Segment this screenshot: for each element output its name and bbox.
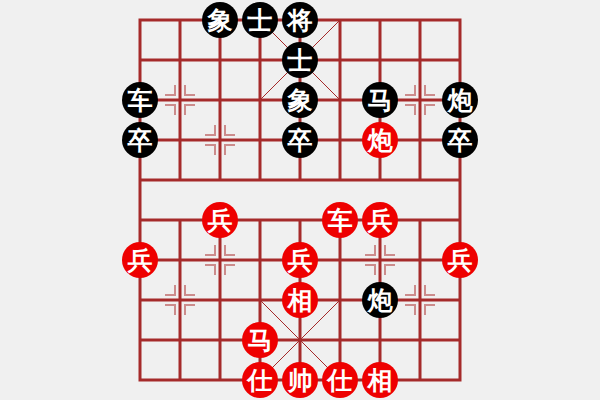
black-chariot[interactable]: 车 [122, 82, 158, 118]
black-horse-label: 马 [368, 88, 393, 113]
red-advisor[interactable]: 仕 [322, 362, 358, 398]
black-advisor[interactable]: 士 [282, 42, 318, 78]
xiangqi-board: 象士将士车象马炮卒卒卒炮炮兵车兵兵兵兵相马仕帅仕相 [0, 0, 600, 400]
black-elephant[interactable]: 象 [282, 82, 318, 118]
black-cannon[interactable]: 炮 [362, 282, 398, 318]
black-soldier[interactable]: 卒 [442, 122, 478, 158]
red-chariot[interactable]: 车 [322, 202, 358, 238]
red-soldier-label: 兵 [368, 208, 393, 233]
red-cannon[interactable]: 炮 [362, 122, 398, 158]
black-soldier-label: 卒 [448, 128, 473, 153]
red-elephant-label: 相 [368, 368, 393, 393]
black-soldier[interactable]: 卒 [122, 122, 158, 158]
black-advisor-label: 士 [248, 8, 273, 33]
red-advisor[interactable]: 仕 [242, 362, 278, 398]
red-chariot-label: 车 [328, 208, 353, 233]
black-cannon[interactable]: 炮 [442, 82, 478, 118]
black-horse[interactable]: 马 [362, 82, 398, 118]
red-soldier-label: 兵 [288, 248, 313, 273]
black-chariot-label: 车 [128, 88, 153, 113]
red-soldier[interactable]: 兵 [122, 242, 158, 278]
black-cannon-label: 炮 [448, 88, 473, 113]
black-advisor-label: 士 [288, 48, 313, 73]
red-soldier[interactable]: 兵 [362, 202, 398, 238]
red-general-label: 帅 [288, 368, 313, 393]
black-cannon-label: 炮 [368, 288, 393, 313]
black-elephant-label: 象 [288, 88, 313, 113]
red-soldier-label: 兵 [128, 248, 153, 273]
red-elephant[interactable]: 相 [282, 282, 318, 318]
red-horse-label: 马 [248, 328, 273, 353]
red-cannon-label: 炮 [368, 128, 393, 153]
black-soldier[interactable]: 卒 [282, 122, 318, 158]
red-elephant[interactable]: 相 [362, 362, 398, 398]
red-soldier[interactable]: 兵 [282, 242, 318, 278]
red-general[interactable]: 帅 [282, 362, 318, 398]
black-elephant-label: 象 [208, 8, 233, 33]
black-general-label: 将 [288, 8, 313, 33]
black-elephant[interactable]: 象 [202, 2, 238, 38]
red-soldier[interactable]: 兵 [202, 202, 238, 238]
red-horse[interactable]: 马 [242, 322, 278, 358]
black-soldier-label: 卒 [128, 128, 153, 153]
black-advisor[interactable]: 士 [242, 2, 278, 38]
red-soldier-label: 兵 [448, 248, 473, 273]
black-soldier-label: 卒 [288, 128, 313, 153]
pieces-layer: 象士将士车象马炮卒卒卒炮炮兵车兵兵兵兵相马仕帅仕相 [0, 0, 600, 400]
red-advisor-label: 仕 [248, 368, 273, 393]
red-soldier-label: 兵 [208, 208, 233, 233]
red-advisor-label: 仕 [328, 368, 353, 393]
red-soldier[interactable]: 兵 [442, 242, 478, 278]
red-elephant-label: 相 [288, 288, 313, 313]
black-general[interactable]: 将 [282, 2, 318, 38]
